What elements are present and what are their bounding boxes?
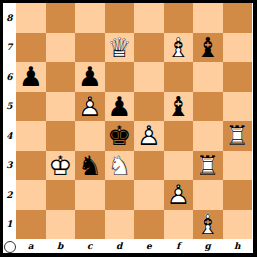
square-d4[interactable]: ♚ — [105, 121, 135, 151]
square-f6[interactable] — [164, 62, 194, 92]
square-a3[interactable] — [16, 151, 46, 181]
square-e6[interactable] — [134, 62, 164, 92]
rank-label-7: 7 — [3, 33, 16, 63]
square-h4[interactable]: ♜♖ — [223, 121, 253, 151]
square-g7[interactable]: ♝ — [193, 33, 223, 63]
white-bishop-icon[interactable]: ♝♗ — [164, 33, 194, 63]
black-king-icon[interactable]: ♚ — [105, 121, 135, 151]
file-label-d: d — [105, 239, 135, 253]
white-pawn-icon[interactable]: ♟♙ — [164, 180, 194, 210]
square-c4[interactable] — [75, 121, 105, 151]
rank-label-6: 6 — [3, 62, 16, 92]
square-b5[interactable] — [46, 92, 76, 122]
black-pawn-icon[interactable]: ♟ — [16, 62, 46, 92]
file-label-h: h — [223, 239, 253, 253]
rank-label-5: 5 — [3, 92, 16, 122]
square-b1[interactable] — [46, 210, 76, 240]
square-b4[interactable] — [46, 121, 76, 151]
square-d5[interactable]: ♟ — [105, 92, 135, 122]
square-f3[interactable] — [164, 151, 194, 181]
file-label-c: c — [75, 239, 105, 253]
rank-label-4: 4 — [3, 121, 16, 151]
square-h1[interactable] — [223, 210, 253, 240]
square-d3[interactable]: ♞♘ — [105, 151, 135, 181]
white-rook-icon[interactable]: ♜♖ — [193, 151, 223, 181]
file-label-f: f — [164, 239, 194, 253]
square-a2[interactable] — [16, 180, 46, 210]
rank-label-2: 2 — [3, 180, 16, 210]
square-g1[interactable]: ♝♗ — [193, 210, 223, 240]
square-b2[interactable] — [46, 180, 76, 210]
square-e8[interactable] — [134, 3, 164, 33]
square-c7[interactable] — [75, 33, 105, 63]
diagram-inner: 8 7 6 5 4 3 2 1 ♛♕♝♗♝♟♟♟♙♟♝♚♟♙♜♖♚♔♞♞♘♜♖♟… — [3, 3, 253, 253]
square-a6[interactable]: ♟ — [16, 62, 46, 92]
square-g6[interactable] — [193, 62, 223, 92]
square-g2[interactable] — [193, 180, 223, 210]
square-b3[interactable]: ♚♔ — [46, 151, 76, 181]
square-a1[interactable] — [16, 210, 46, 240]
square-h3[interactable] — [223, 151, 253, 181]
chess-board: ♛♕♝♗♝♟♟♟♙♟♝♚♟♙♜♖♚♔♞♞♘♜♖♟♙♝♗ — [16, 3, 252, 239]
square-a8[interactable] — [16, 3, 46, 33]
square-f7[interactable]: ♝♗ — [164, 33, 194, 63]
square-h6[interactable] — [223, 62, 253, 92]
square-e5[interactable] — [134, 92, 164, 122]
white-king-icon[interactable]: ♚♔ — [46, 151, 76, 181]
black-pawn-icon[interactable]: ♟ — [75, 62, 105, 92]
square-a4[interactable] — [16, 121, 46, 151]
white-knight-icon[interactable]: ♞♘ — [105, 151, 135, 181]
black-bishop-icon[interactable]: ♝ — [164, 92, 194, 122]
square-f1[interactable] — [164, 210, 194, 240]
square-e2[interactable] — [134, 180, 164, 210]
rank-label-8: 8 — [3, 3, 16, 33]
file-label-a: a — [16, 239, 46, 253]
file-label-g: g — [193, 239, 223, 253]
chess-diagram: 8 7 6 5 4 3 2 1 ♛♕♝♗♝♟♟♟♙♟♝♚♟♙♜♖♚♔♞♞♘♜♖♟… — [0, 0, 257, 257]
square-f4[interactable] — [164, 121, 194, 151]
square-c5[interactable]: ♟♙ — [75, 92, 105, 122]
square-d7[interactable]: ♛♕ — [105, 33, 135, 63]
square-d6[interactable] — [105, 62, 135, 92]
file-label-b: b — [46, 239, 76, 253]
square-c1[interactable] — [75, 210, 105, 240]
square-a5[interactable] — [16, 92, 46, 122]
square-f8[interactable] — [164, 3, 194, 33]
square-c3[interactable]: ♞ — [75, 151, 105, 181]
white-pawn-icon[interactable]: ♟♙ — [134, 121, 164, 151]
square-d8[interactable] — [105, 3, 135, 33]
square-f2[interactable]: ♟♙ — [164, 180, 194, 210]
white-pawn-icon[interactable]: ♟♙ — [75, 92, 105, 122]
rank-label-1: 1 — [3, 210, 16, 240]
square-c8[interactable] — [75, 3, 105, 33]
square-h8[interactable] — [223, 3, 253, 33]
square-d1[interactable] — [105, 210, 135, 240]
square-g8[interactable] — [193, 3, 223, 33]
black-bishop-icon[interactable]: ♝ — [193, 33, 223, 63]
white-queen-icon[interactable]: ♛♕ — [105, 33, 135, 63]
square-g3[interactable]: ♜♖ — [193, 151, 223, 181]
white-to-move-indicator-icon — [4, 241, 16, 253]
rank-labels: 8 7 6 5 4 3 2 1 — [3, 3, 16, 239]
square-c2[interactable] — [75, 180, 105, 210]
white-rook-icon[interactable]: ♜♖ — [223, 121, 253, 151]
square-e3[interactable] — [134, 151, 164, 181]
square-g4[interactable] — [193, 121, 223, 151]
square-e1[interactable] — [134, 210, 164, 240]
square-a7[interactable] — [16, 33, 46, 63]
square-f5[interactable]: ♝ — [164, 92, 194, 122]
square-g5[interactable] — [193, 92, 223, 122]
square-b7[interactable] — [46, 33, 76, 63]
white-bishop-icon[interactable]: ♝♗ — [193, 210, 223, 240]
square-h2[interactable] — [223, 180, 253, 210]
square-c6[interactable]: ♟ — [75, 62, 105, 92]
square-e7[interactable] — [134, 33, 164, 63]
black-knight-icon[interactable]: ♞ — [75, 151, 105, 181]
square-e4[interactable]: ♟♙ — [134, 121, 164, 151]
square-b6[interactable] — [46, 62, 76, 92]
square-d2[interactable] — [105, 180, 135, 210]
file-labels: a b c d e f g h — [16, 239, 252, 253]
square-h5[interactable] — [223, 92, 253, 122]
black-pawn-icon[interactable]: ♟ — [105, 92, 135, 122]
file-label-e: e — [134, 239, 164, 253]
square-h7[interactable] — [223, 33, 253, 63]
rank-label-3: 3 — [3, 151, 16, 181]
square-b8[interactable] — [46, 3, 76, 33]
